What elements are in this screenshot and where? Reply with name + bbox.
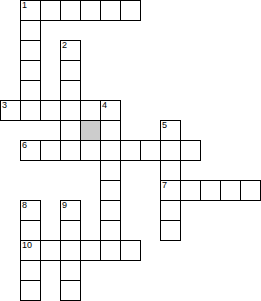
cell-r0-c6[interactable]	[120, 0, 141, 21]
cell-r7-c6[interactable]	[120, 140, 141, 161]
cell-r9-c8[interactable]: 7	[160, 180, 181, 201]
cell-r7-c1[interactable]: 6	[20, 140, 41, 161]
cell-r0-c5[interactable]	[100, 0, 121, 21]
cell-r11-c5[interactable]	[100, 220, 121, 241]
cell-r5-c2[interactable]	[40, 100, 61, 121]
cell-r7-c4[interactable]	[80, 140, 101, 161]
cell-r12-c4[interactable]	[80, 240, 101, 261]
cell-r7-c2[interactable]	[40, 140, 61, 161]
clue-number-5: 5	[162, 121, 167, 130]
cell-r8-c5[interactable]	[100, 160, 121, 181]
cell-r6-c5[interactable]	[100, 120, 121, 141]
cell-r7-c5[interactable]	[100, 140, 121, 161]
clue-number-4: 4	[102, 101, 107, 110]
cell-r9-c12[interactable]	[240, 180, 261, 201]
crossword-worksheet: 12345678910	[0, 0, 261, 301]
cell-r5-c3[interactable]	[60, 100, 81, 121]
cell-r7-c7[interactable]	[140, 140, 161, 161]
cell-r1-c1[interactable]	[20, 20, 41, 41]
cell-r0-c1[interactable]: 1	[20, 0, 41, 21]
clue-number-3: 3	[2, 101, 7, 110]
highlighted-cell-r6-c4[interactable]	[80, 120, 101, 141]
cell-r6-c8[interactable]: 5	[160, 120, 181, 141]
cell-r9-c10[interactable]	[200, 180, 221, 201]
cell-r4-c3[interactable]	[60, 80, 81, 101]
clue-number-9: 9	[62, 201, 67, 210]
cell-r3-c1[interactable]	[20, 60, 41, 81]
cell-r7-c9[interactable]	[180, 140, 201, 161]
clue-number-7: 7	[162, 181, 167, 190]
cell-r10-c5[interactable]	[100, 200, 121, 221]
clue-number-8: 8	[22, 201, 27, 210]
cell-r3-c3[interactable]	[60, 60, 81, 81]
cell-r11-c1[interactable]	[20, 220, 41, 241]
cell-r2-c1[interactable]	[20, 40, 41, 61]
cell-r9-c9[interactable]	[180, 180, 201, 201]
cell-r5-c4[interactable]	[80, 100, 101, 121]
crossword-board: 12345678910	[0, 0, 261, 301]
clue-number-10: 10	[22, 241, 32, 250]
cell-r0-c2[interactable]	[40, 0, 61, 21]
cell-r0-c4[interactable]	[80, 0, 101, 21]
cell-r5-c1[interactable]	[20, 100, 41, 121]
cell-r0-c3[interactable]	[60, 0, 81, 21]
cell-r14-c1[interactable]	[20, 280, 41, 301]
cell-r2-c3[interactable]: 2	[60, 40, 81, 61]
cell-r4-c1[interactable]	[20, 80, 41, 101]
cell-r9-c5[interactable]	[100, 180, 121, 201]
cell-r7-c3[interactable]	[60, 140, 81, 161]
cell-r12-c5[interactable]	[100, 240, 121, 261]
cell-r13-c1[interactable]	[20, 260, 41, 281]
cell-r12-c2[interactable]	[40, 240, 61, 261]
cell-r13-c3[interactable]	[60, 260, 81, 281]
cell-r5-c5[interactable]: 4	[100, 100, 121, 121]
cell-r7-c8[interactable]	[160, 140, 181, 161]
clue-number-6: 6	[22, 141, 27, 150]
cell-r12-c1[interactable]: 10	[20, 240, 41, 261]
cell-r11-c8[interactable]	[160, 220, 181, 241]
cell-r9-c11[interactable]	[220, 180, 241, 201]
cell-r5-c0[interactable]: 3	[0, 100, 21, 121]
cell-r10-c3[interactable]: 9	[60, 200, 81, 221]
cell-r10-c8[interactable]	[160, 200, 181, 221]
cell-r10-c1[interactable]: 8	[20, 200, 41, 221]
cell-r11-c3[interactable]	[60, 220, 81, 241]
cell-r12-c3[interactable]	[60, 240, 81, 261]
cell-r14-c3[interactable]	[60, 280, 81, 301]
clue-number-1: 1	[22, 1, 27, 10]
clue-number-2: 2	[62, 41, 67, 50]
cell-r12-c6[interactable]	[120, 240, 141, 261]
cell-r8-c8[interactable]	[160, 160, 181, 181]
cell-r6-c3[interactable]	[60, 120, 81, 141]
